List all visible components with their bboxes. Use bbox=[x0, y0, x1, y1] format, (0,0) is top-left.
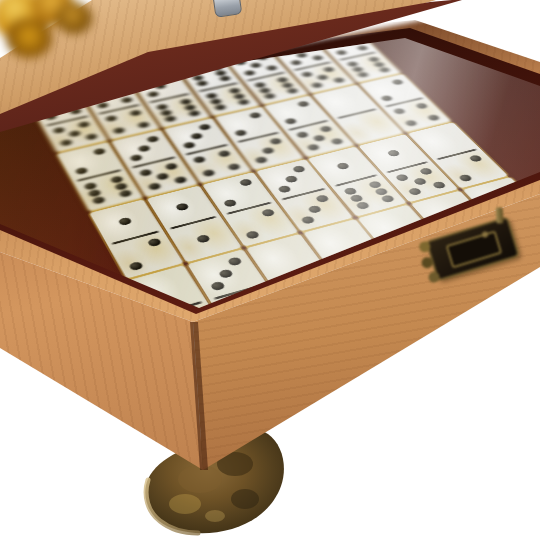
pip-cell bbox=[135, 121, 151, 130]
pip-dot bbox=[311, 55, 324, 61]
pip-dot bbox=[120, 96, 133, 103]
pip-dot bbox=[378, 67, 391, 73]
amber-piece bbox=[6, 18, 52, 58]
photo-canvas bbox=[0, 0, 540, 540]
pip-dot bbox=[285, 87, 298, 94]
pip-dot bbox=[218, 75, 231, 82]
latch-catch bbox=[446, 230, 503, 268]
pip-dot bbox=[356, 45, 369, 51]
pip-dot bbox=[330, 138, 344, 146]
pip-dot bbox=[265, 65, 278, 71]
pip-cell bbox=[186, 109, 202, 117]
pip-cell bbox=[134, 219, 152, 230]
amber-decoration bbox=[0, 0, 105, 70]
pip-dot bbox=[380, 194, 396, 203]
pip-dot bbox=[237, 99, 250, 106]
pip-cell bbox=[168, 85, 183, 93]
pip-dot bbox=[431, 181, 446, 190]
pip-cell bbox=[153, 147, 170, 156]
pip-cell bbox=[99, 160, 116, 170]
pip-dot bbox=[137, 121, 150, 128]
pip-cell bbox=[217, 74, 232, 82]
pip-dot bbox=[173, 176, 187, 184]
amber-piece bbox=[56, 2, 92, 34]
pip-cell bbox=[117, 188, 134, 198]
pip-dot bbox=[84, 133, 97, 141]
pip-dot bbox=[118, 189, 133, 198]
pip-cell bbox=[172, 175, 189, 185]
pip-cell bbox=[83, 132, 99, 141]
latch-pin bbox=[496, 207, 504, 223]
pip-dot bbox=[426, 114, 440, 121]
pip-dot bbox=[332, 77, 345, 84]
pip-dot bbox=[187, 110, 200, 117]
pip-dot bbox=[227, 163, 241, 171]
